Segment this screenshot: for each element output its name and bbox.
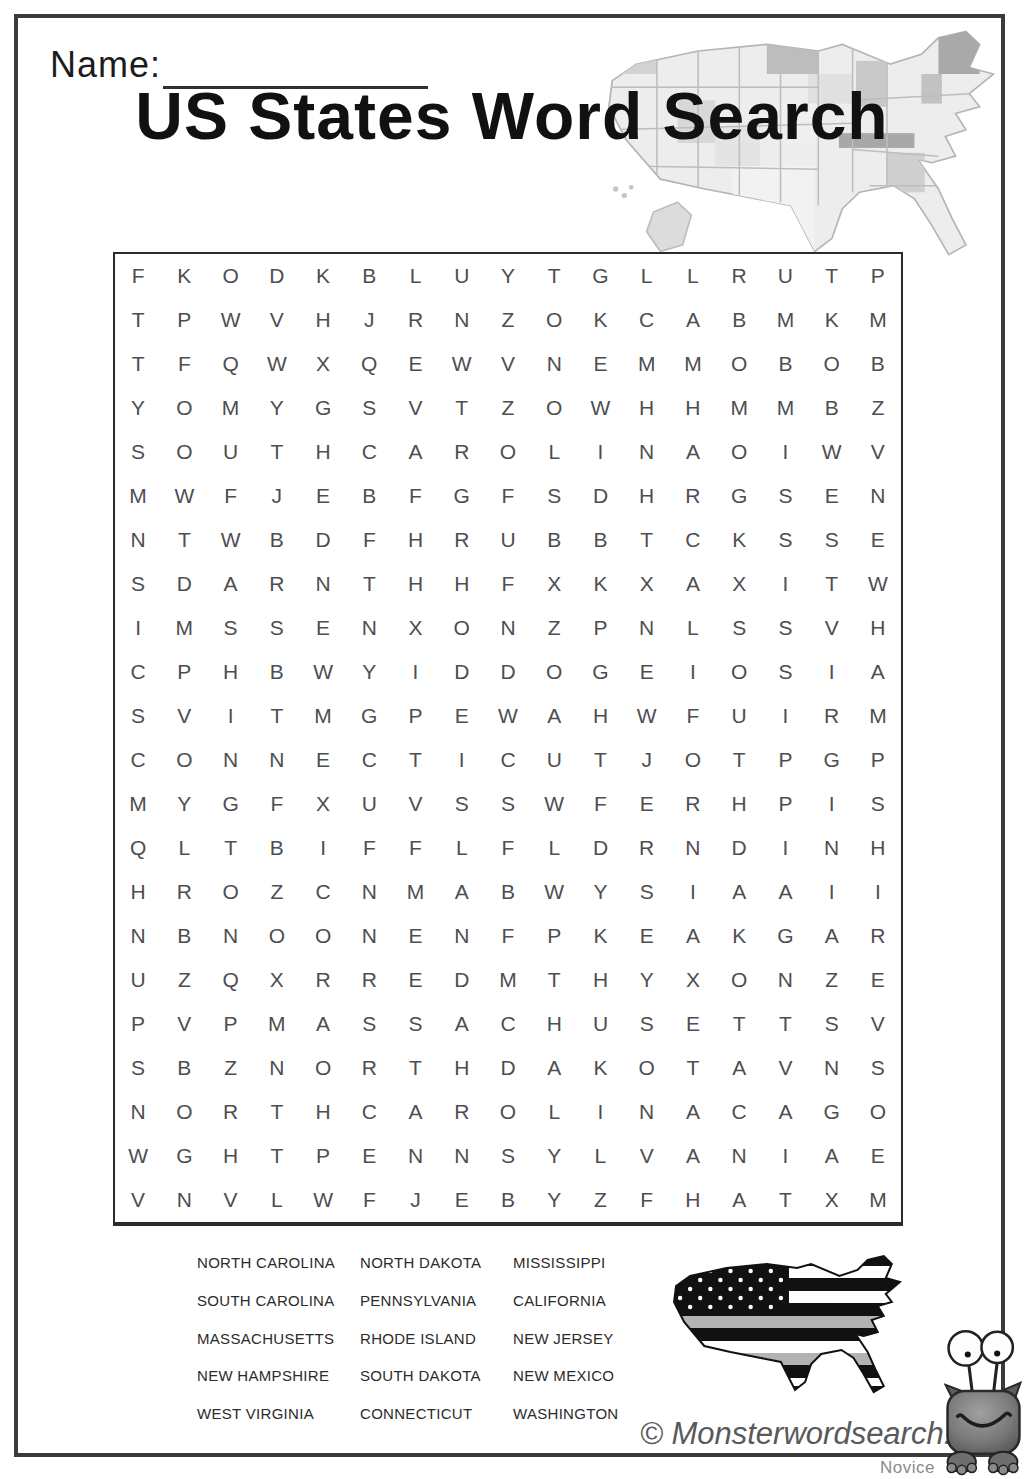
grid-cell[interactable]: V bbox=[161, 1002, 207, 1046]
grid-cell[interactable]: E bbox=[670, 1002, 716, 1046]
grid-cell[interactable]: I bbox=[762, 1134, 808, 1178]
grid-cell[interactable]: A bbox=[855, 650, 901, 694]
grid-cell[interactable]: W bbox=[207, 298, 253, 342]
grid-cell[interactable]: X bbox=[392, 606, 438, 650]
grid-cell[interactable]: H bbox=[207, 650, 253, 694]
grid-cell[interactable]: W bbox=[300, 650, 346, 694]
grid-cell[interactable]: F bbox=[161, 342, 207, 386]
grid-cell[interactable]: B bbox=[855, 342, 901, 386]
grid-cell[interactable]: Y bbox=[577, 870, 623, 914]
grid-cell[interactable]: L bbox=[577, 1134, 623, 1178]
grid-cell[interactable]: M bbox=[855, 298, 901, 342]
grid-cell[interactable]: E bbox=[855, 1134, 901, 1178]
grid-cell[interactable]: G bbox=[762, 914, 808, 958]
grid-cell[interactable]: T bbox=[161, 518, 207, 562]
grid-cell[interactable]: Y bbox=[346, 650, 392, 694]
grid-cell[interactable]: O bbox=[716, 342, 762, 386]
grid-cell[interactable]: B bbox=[346, 474, 392, 518]
grid-cell[interactable]: W bbox=[809, 430, 855, 474]
grid-cell[interactable]: N bbox=[115, 1090, 161, 1134]
grid-cell[interactable]: C bbox=[624, 298, 670, 342]
grid-cell[interactable]: Q bbox=[207, 958, 253, 1002]
grid-cell[interactable]: I bbox=[809, 870, 855, 914]
grid-cell[interactable]: X bbox=[716, 562, 762, 606]
grid-cell[interactable]: S bbox=[485, 1134, 531, 1178]
grid-cell[interactable]: D bbox=[161, 562, 207, 606]
grid-cell[interactable]: V bbox=[624, 1134, 670, 1178]
grid-cell[interactable]: A bbox=[392, 430, 438, 474]
grid-cell[interactable]: U bbox=[716, 694, 762, 738]
grid-cell[interactable]: F bbox=[207, 474, 253, 518]
grid-cell[interactable]: Z bbox=[485, 386, 531, 430]
grid-cell[interactable]: K bbox=[577, 562, 623, 606]
grid-cell[interactable]: T bbox=[624, 518, 670, 562]
grid-cell[interactable]: Z bbox=[577, 1178, 623, 1222]
grid-cell[interactable]: B bbox=[809, 386, 855, 430]
grid-cell[interactable]: R bbox=[346, 958, 392, 1002]
grid-cell[interactable]: G bbox=[161, 1134, 207, 1178]
grid-cell[interactable]: T bbox=[670, 1046, 716, 1090]
grid-cell[interactable]: X bbox=[624, 562, 670, 606]
grid-cell[interactable]: B bbox=[161, 1046, 207, 1090]
grid-cell[interactable]: X bbox=[300, 342, 346, 386]
grid-cell[interactable]: T bbox=[531, 254, 577, 298]
grid-cell[interactable]: B bbox=[161, 914, 207, 958]
grid-cell[interactable]: A bbox=[670, 562, 716, 606]
grid-cell[interactable]: B bbox=[531, 518, 577, 562]
grid-cell[interactable]: B bbox=[577, 518, 623, 562]
grid-cell[interactable]: H bbox=[716, 782, 762, 826]
grid-cell[interactable]: Z bbox=[207, 1046, 253, 1090]
grid-cell[interactable]: T bbox=[531, 958, 577, 1002]
grid-cell[interactable]: C bbox=[115, 650, 161, 694]
grid-cell[interactable]: H bbox=[624, 474, 670, 518]
grid-cell[interactable]: N bbox=[485, 606, 531, 650]
grid-cell[interactable]: A bbox=[439, 1002, 485, 1046]
grid-cell[interactable]: Z bbox=[254, 870, 300, 914]
grid-cell[interactable]: H bbox=[439, 562, 485, 606]
grid-cell[interactable]: H bbox=[207, 1134, 253, 1178]
grid-cell[interactable]: T bbox=[392, 1046, 438, 1090]
grid-cell[interactable]: R bbox=[624, 826, 670, 870]
grid-cell[interactable]: R bbox=[855, 914, 901, 958]
grid-cell[interactable]: F bbox=[670, 694, 716, 738]
grid-cell[interactable]: I bbox=[577, 430, 623, 474]
grid-cell[interactable]: N bbox=[762, 958, 808, 1002]
grid-cell[interactable]: L bbox=[254, 1178, 300, 1222]
grid-cell[interactable]: A bbox=[531, 694, 577, 738]
grid-cell[interactable]: L bbox=[670, 254, 716, 298]
grid-cell[interactable]: B bbox=[254, 650, 300, 694]
grid-cell[interactable]: X bbox=[670, 958, 716, 1002]
grid-cell[interactable]: A bbox=[670, 1134, 716, 1178]
grid-cell[interactable]: F bbox=[346, 1178, 392, 1222]
grid-cell[interactable]: L bbox=[439, 826, 485, 870]
grid-cell[interactable]: O bbox=[485, 1090, 531, 1134]
grid-cell[interactable]: P bbox=[855, 738, 901, 782]
grid-cell[interactable]: N bbox=[439, 298, 485, 342]
grid-cell[interactable]: N bbox=[855, 474, 901, 518]
grid-cell[interactable]: N bbox=[809, 826, 855, 870]
grid-cell[interactable]: S bbox=[531, 474, 577, 518]
grid-cell[interactable]: L bbox=[531, 1090, 577, 1134]
grid-cell[interactable]: U bbox=[485, 518, 531, 562]
grid-cell[interactable]: C bbox=[716, 1090, 762, 1134]
grid-cell[interactable]: I bbox=[809, 650, 855, 694]
grid-cell[interactable]: V bbox=[392, 386, 438, 430]
grid-cell[interactable]: G bbox=[300, 386, 346, 430]
grid-cell[interactable]: D bbox=[716, 826, 762, 870]
grid-cell[interactable]: A bbox=[439, 870, 485, 914]
grid-cell[interactable]: W bbox=[855, 562, 901, 606]
grid-cell[interactable]: L bbox=[670, 606, 716, 650]
grid-cell[interactable]: H bbox=[439, 1046, 485, 1090]
grid-cell[interactable]: E bbox=[439, 694, 485, 738]
grid-cell[interactable]: F bbox=[624, 1178, 670, 1222]
grid-cell[interactable]: D bbox=[439, 650, 485, 694]
grid-cell[interactable]: W bbox=[254, 342, 300, 386]
grid-cell[interactable]: A bbox=[670, 430, 716, 474]
grid-cell[interactable]: P bbox=[577, 606, 623, 650]
grid-cell[interactable]: N bbox=[624, 430, 670, 474]
grid-cell[interactable]: N bbox=[809, 1046, 855, 1090]
grid-cell[interactable]: H bbox=[115, 870, 161, 914]
grid-cell[interactable]: G bbox=[716, 474, 762, 518]
grid-cell[interactable]: R bbox=[300, 958, 346, 1002]
grid-cell[interactable]: A bbox=[531, 1046, 577, 1090]
grid-cell[interactable]: P bbox=[161, 650, 207, 694]
grid-cell[interactable]: F bbox=[577, 782, 623, 826]
grid-cell[interactable]: Y bbox=[624, 958, 670, 1002]
grid-cell[interactable]: S bbox=[855, 782, 901, 826]
grid-cell[interactable]: C bbox=[115, 738, 161, 782]
grid-cell[interactable]: X bbox=[531, 562, 577, 606]
grid-cell[interactable]: W bbox=[115, 1134, 161, 1178]
grid-cell[interactable]: N bbox=[346, 914, 392, 958]
grid-cell[interactable]: W bbox=[300, 1178, 346, 1222]
grid-cell[interactable]: T bbox=[762, 1178, 808, 1222]
grid-cell[interactable]: I bbox=[762, 826, 808, 870]
grid-cell[interactable]: B bbox=[485, 870, 531, 914]
grid-cell[interactable]: M bbox=[762, 298, 808, 342]
grid-cell[interactable]: O bbox=[207, 870, 253, 914]
grid-cell[interactable]: D bbox=[439, 958, 485, 1002]
grid-cell[interactable]: N bbox=[300, 562, 346, 606]
grid-cell[interactable]: W bbox=[161, 474, 207, 518]
grid-cell[interactable]: O bbox=[300, 1046, 346, 1090]
grid-cell[interactable]: E bbox=[624, 914, 670, 958]
grid-cell[interactable]: O bbox=[300, 914, 346, 958]
grid-cell[interactable]: N bbox=[207, 914, 253, 958]
grid-cell[interactable]: C bbox=[346, 1090, 392, 1134]
grid-cell[interactable]: I bbox=[577, 1090, 623, 1134]
grid-cell[interactable]: F bbox=[485, 562, 531, 606]
grid-cell[interactable]: A bbox=[207, 562, 253, 606]
grid-cell[interactable]: N bbox=[115, 914, 161, 958]
grid-cell[interactable]: N bbox=[439, 914, 485, 958]
grid-cell[interactable]: W bbox=[624, 694, 670, 738]
grid-cell[interactable]: E bbox=[392, 342, 438, 386]
grid-cell[interactable]: O bbox=[855, 1090, 901, 1134]
grid-cell[interactable]: H bbox=[577, 958, 623, 1002]
grid-cell[interactable]: E bbox=[300, 474, 346, 518]
grid-cell[interactable]: O bbox=[531, 298, 577, 342]
grid-cell[interactable]: I bbox=[855, 870, 901, 914]
grid-cell[interactable]: K bbox=[300, 254, 346, 298]
grid-cell[interactable]: H bbox=[624, 386, 670, 430]
grid-cell[interactable]: I bbox=[670, 650, 716, 694]
grid-cell[interactable]: M bbox=[207, 386, 253, 430]
grid-cell[interactable]: B bbox=[346, 254, 392, 298]
grid-cell[interactable]: P bbox=[855, 254, 901, 298]
grid-cell[interactable]: T bbox=[254, 1134, 300, 1178]
grid-cell[interactable]: R bbox=[392, 298, 438, 342]
grid-cell[interactable]: A bbox=[670, 1090, 716, 1134]
grid-cell[interactable]: L bbox=[624, 254, 670, 298]
grid-cell[interactable]: N bbox=[439, 1134, 485, 1178]
grid-cell[interactable]: U bbox=[207, 430, 253, 474]
grid-cell[interactable]: L bbox=[531, 826, 577, 870]
grid-cell[interactable]: J bbox=[392, 1178, 438, 1222]
grid-cell[interactable]: J bbox=[624, 738, 670, 782]
grid-cell[interactable]: V bbox=[762, 1046, 808, 1090]
grid-cell[interactable]: B bbox=[762, 342, 808, 386]
grid-cell[interactable]: T bbox=[716, 1002, 762, 1046]
grid-cell[interactable]: M bbox=[624, 342, 670, 386]
grid-cell[interactable]: G bbox=[346, 694, 392, 738]
grid-cell[interactable]: S bbox=[346, 386, 392, 430]
grid-cell[interactable]: O bbox=[716, 650, 762, 694]
grid-cell[interactable]: O bbox=[531, 386, 577, 430]
grid-cell[interactable]: N bbox=[207, 738, 253, 782]
grid-cell[interactable]: K bbox=[161, 254, 207, 298]
grid-cell[interactable]: S bbox=[439, 782, 485, 826]
grid-cell[interactable]: I bbox=[670, 870, 716, 914]
grid-cell[interactable]: R bbox=[439, 518, 485, 562]
grid-cell[interactable]: V bbox=[855, 430, 901, 474]
grid-cell[interactable]: U bbox=[531, 738, 577, 782]
grid-cell[interactable]: Y bbox=[254, 386, 300, 430]
grid-cell[interactable]: Q bbox=[115, 826, 161, 870]
grid-cell[interactable]: V bbox=[161, 694, 207, 738]
grid-cell[interactable]: S bbox=[855, 1046, 901, 1090]
grid-cell[interactable]: S bbox=[485, 782, 531, 826]
grid-cell[interactable]: A bbox=[300, 1002, 346, 1046]
grid-cell[interactable]: N bbox=[670, 826, 716, 870]
grid-cell[interactable]: F bbox=[392, 474, 438, 518]
grid-cell[interactable]: H bbox=[855, 826, 901, 870]
grid-cell[interactable]: U bbox=[577, 1002, 623, 1046]
grid-cell[interactable]: E bbox=[855, 518, 901, 562]
grid-cell[interactable]: H bbox=[300, 298, 346, 342]
grid-cell[interactable]: Q bbox=[207, 342, 253, 386]
grid-cell[interactable]: C bbox=[485, 738, 531, 782]
grid-cell[interactable]: O bbox=[161, 1090, 207, 1134]
grid-cell[interactable]: F bbox=[485, 914, 531, 958]
grid-cell[interactable]: F bbox=[346, 826, 392, 870]
grid-cell[interactable]: W bbox=[485, 694, 531, 738]
grid-cell[interactable]: T bbox=[439, 386, 485, 430]
grid-cell[interactable]: C bbox=[346, 738, 392, 782]
grid-cell[interactable]: E bbox=[855, 958, 901, 1002]
grid-cell[interactable]: S bbox=[346, 1002, 392, 1046]
grid-cell[interactable]: I bbox=[762, 562, 808, 606]
grid-cell[interactable]: O bbox=[161, 386, 207, 430]
grid-cell[interactable]: H bbox=[577, 694, 623, 738]
grid-cell[interactable]: T bbox=[762, 1002, 808, 1046]
grid-cell[interactable]: Y bbox=[161, 782, 207, 826]
grid-cell[interactable]: T bbox=[207, 826, 253, 870]
grid-cell[interactable]: I bbox=[115, 606, 161, 650]
grid-cell[interactable]: V bbox=[392, 782, 438, 826]
grid-cell[interactable]: G bbox=[577, 650, 623, 694]
grid-cell[interactable]: N bbox=[531, 342, 577, 386]
grid-cell[interactable]: V bbox=[254, 298, 300, 342]
grid-cell[interactable]: Q bbox=[346, 342, 392, 386]
grid-cell[interactable]: N bbox=[254, 1046, 300, 1090]
grid-cell[interactable]: M bbox=[300, 694, 346, 738]
grid-cell[interactable]: P bbox=[392, 694, 438, 738]
grid-cell[interactable]: S bbox=[624, 870, 670, 914]
grid-cell[interactable]: G bbox=[207, 782, 253, 826]
grid-cell[interactable]: E bbox=[577, 342, 623, 386]
grid-cell[interactable]: Y bbox=[531, 1178, 577, 1222]
grid-cell[interactable]: I bbox=[300, 826, 346, 870]
grid-cell[interactable]: H bbox=[855, 606, 901, 650]
grid-cell[interactable]: V bbox=[485, 342, 531, 386]
grid-cell[interactable]: S bbox=[762, 518, 808, 562]
grid-cell[interactable]: B bbox=[716, 298, 762, 342]
grid-cell[interactable]: V bbox=[207, 1178, 253, 1222]
grid-cell[interactable]: L bbox=[161, 826, 207, 870]
grid-cell[interactable]: P bbox=[762, 738, 808, 782]
grid-cell[interactable]: H bbox=[531, 1002, 577, 1046]
grid-cell[interactable]: D bbox=[577, 826, 623, 870]
grid-cell[interactable]: F bbox=[485, 474, 531, 518]
grid-cell[interactable]: D bbox=[485, 1046, 531, 1090]
grid-cell[interactable]: J bbox=[346, 298, 392, 342]
grid-cell[interactable]: E bbox=[300, 606, 346, 650]
grid-cell[interactable]: E bbox=[624, 650, 670, 694]
grid-cell[interactable]: E bbox=[809, 474, 855, 518]
grid-cell[interactable]: G bbox=[809, 738, 855, 782]
grid-cell[interactable]: F bbox=[485, 826, 531, 870]
grid-cell[interactable]: N bbox=[254, 738, 300, 782]
grid-cell[interactable]: V bbox=[809, 606, 855, 650]
grid-cell[interactable]: A bbox=[392, 1090, 438, 1134]
grid-cell[interactable]: H bbox=[300, 1090, 346, 1134]
grid-cell[interactable]: A bbox=[762, 870, 808, 914]
grid-cell[interactable]: A bbox=[809, 1134, 855, 1178]
grid-cell[interactable]: S bbox=[762, 474, 808, 518]
grid-cell[interactable]: S bbox=[716, 606, 762, 650]
grid-cell[interactable]: Y bbox=[531, 1134, 577, 1178]
grid-cell[interactable]: L bbox=[392, 254, 438, 298]
grid-cell[interactable]: M bbox=[855, 1178, 901, 1222]
grid-cell[interactable]: E bbox=[300, 738, 346, 782]
grid-cell[interactable]: C bbox=[300, 870, 346, 914]
grid-cell[interactable]: O bbox=[716, 958, 762, 1002]
grid-cell[interactable]: N bbox=[161, 1178, 207, 1222]
grid-cell[interactable]: W bbox=[531, 782, 577, 826]
grid-cell[interactable]: R bbox=[161, 870, 207, 914]
grid-cell[interactable]: O bbox=[670, 738, 716, 782]
grid-cell[interactable]: S bbox=[115, 1046, 161, 1090]
grid-cell[interactable]: G bbox=[439, 474, 485, 518]
grid-cell[interactable]: A bbox=[716, 1178, 762, 1222]
grid-cell[interactable]: H bbox=[670, 386, 716, 430]
grid-cell[interactable]: Z bbox=[531, 606, 577, 650]
grid-cell[interactable]: T bbox=[115, 342, 161, 386]
grid-cell[interactable]: E bbox=[439, 1178, 485, 1222]
grid-cell[interactable]: E bbox=[392, 914, 438, 958]
grid-cell[interactable]: S bbox=[115, 694, 161, 738]
grid-cell[interactable]: S bbox=[624, 1002, 670, 1046]
grid-cell[interactable]: M bbox=[254, 1002, 300, 1046]
grid-cell[interactable]: J bbox=[254, 474, 300, 518]
grid-cell[interactable]: P bbox=[115, 1002, 161, 1046]
grid-cell[interactable]: T bbox=[577, 738, 623, 782]
grid-cell[interactable]: K bbox=[577, 1046, 623, 1090]
grid-cell[interactable]: C bbox=[670, 518, 716, 562]
grid-cell[interactable]: P bbox=[300, 1134, 346, 1178]
grid-cell[interactable]: D bbox=[300, 518, 346, 562]
grid-cell[interactable]: F bbox=[254, 782, 300, 826]
grid-cell[interactable]: R bbox=[809, 694, 855, 738]
grid-cell[interactable]: P bbox=[762, 782, 808, 826]
grid-cell[interactable]: H bbox=[670, 1178, 716, 1222]
grid-cell[interactable]: R bbox=[670, 782, 716, 826]
grid-cell[interactable]: I bbox=[392, 650, 438, 694]
grid-cell[interactable]: S bbox=[115, 430, 161, 474]
grid-cell[interactable]: T bbox=[254, 694, 300, 738]
grid-cell[interactable]: N bbox=[346, 870, 392, 914]
grid-cell[interactable]: O bbox=[439, 606, 485, 650]
grid-cell[interactable]: A bbox=[670, 298, 716, 342]
grid-cell[interactable]: N bbox=[115, 518, 161, 562]
grid-cell[interactable]: K bbox=[577, 914, 623, 958]
grid-cell[interactable]: R bbox=[439, 430, 485, 474]
grid-cell[interactable]: T bbox=[716, 738, 762, 782]
grid-cell[interactable]: P bbox=[531, 914, 577, 958]
grid-cell[interactable]: R bbox=[670, 474, 716, 518]
grid-cell[interactable]: F bbox=[115, 254, 161, 298]
grid-cell[interactable]: U bbox=[762, 254, 808, 298]
grid-cell[interactable]: K bbox=[577, 298, 623, 342]
grid-cell[interactable]: W bbox=[531, 870, 577, 914]
grid-cell[interactable]: O bbox=[531, 650, 577, 694]
grid-cell[interactable]: D bbox=[577, 474, 623, 518]
grid-cell[interactable]: T bbox=[346, 562, 392, 606]
grid-cell[interactable]: I bbox=[809, 782, 855, 826]
grid-cell[interactable]: G bbox=[577, 254, 623, 298]
grid-cell[interactable]: U bbox=[346, 782, 392, 826]
grid-cell[interactable]: N bbox=[392, 1134, 438, 1178]
grid-cell[interactable]: M bbox=[115, 474, 161, 518]
grid-cell[interactable]: G bbox=[809, 1090, 855, 1134]
grid-cell[interactable]: R bbox=[439, 1090, 485, 1134]
grid-cell[interactable]: M bbox=[392, 870, 438, 914]
grid-cell[interactable]: K bbox=[809, 298, 855, 342]
grid-cell[interactable]: C bbox=[485, 1002, 531, 1046]
grid-cell[interactable]: E bbox=[346, 1134, 392, 1178]
grid-cell[interactable]: D bbox=[485, 650, 531, 694]
grid-cell[interactable]: R bbox=[716, 254, 762, 298]
grid-cell[interactable]: S bbox=[115, 562, 161, 606]
grid-cell[interactable]: S bbox=[392, 1002, 438, 1046]
grid-cell[interactable]: N bbox=[346, 606, 392, 650]
grid-cell[interactable]: I bbox=[762, 430, 808, 474]
